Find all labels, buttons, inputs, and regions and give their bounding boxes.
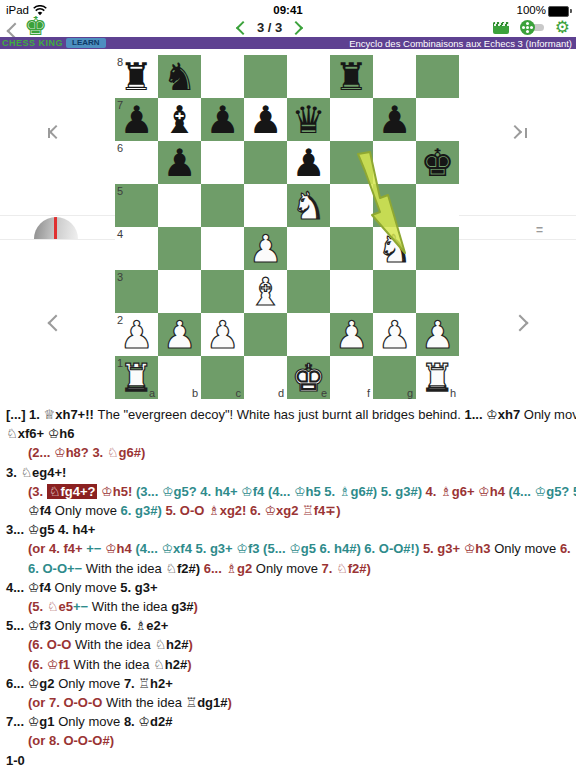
comment-text: The "evergreen decoy"! White has just bu… xyxy=(97,407,464,422)
notation-line: 6. O-O+− With the idea ♘f2#) 6... ♗g2 On… xyxy=(0,559,576,578)
move-text[interactable]: (2... ♔h8? 3. ♘g6#) xyxy=(28,445,145,460)
square-a6[interactable]: 6 xyxy=(115,141,158,184)
notation-line: [...] 1. ♕xh7+!! The "evergreen decoy"! … xyxy=(0,405,576,424)
square-b8[interactable]: ♞ xyxy=(158,55,201,98)
black-rook[interactable]: ♜ xyxy=(330,55,373,99)
square-e8[interactable] xyxy=(287,55,330,98)
comment-text: Only move xyxy=(55,580,121,595)
evaluation-gauge xyxy=(34,217,78,239)
move-text[interactable]: (5. ♘e5 xyxy=(28,599,73,614)
square-g1[interactable]: g xyxy=(373,356,416,399)
white-pawn[interactable]: ♟ xyxy=(158,313,201,357)
square-c4[interactable] xyxy=(201,227,244,270)
move-text[interactable]: 1-0 xyxy=(6,753,25,768)
notation-line: 3. ♘eg4+! xyxy=(0,463,576,482)
file-label: a xyxy=(149,387,155,399)
move-text[interactable]: 3. ♘eg4+! xyxy=(6,465,66,480)
square-g2[interactable]: ♟ xyxy=(373,313,416,356)
black-queen[interactable]: ♛ xyxy=(287,98,330,142)
board-area: = ♜8♞♜♟7♝♟♟♛♟6♟♟♚5♞4♟♞3♝♟2♟♟♟♟♟♜1abcd♚ef… xyxy=(0,49,576,402)
white-pawn[interactable]: ♟ xyxy=(373,313,416,357)
square-c8[interactable] xyxy=(201,55,244,98)
move-text[interactable]: ♖dg1# xyxy=(186,695,228,710)
move-text[interactable]: (or xyxy=(28,733,49,748)
square-d3[interactable]: ♝ xyxy=(244,270,287,313)
file-label: d xyxy=(278,387,284,399)
chess-board[interactable]: ♜8♞♜♟7♝♟♟♛♟6♟♟♚5♞4♟♞3♝♟2♟♟♟♟♟♜1abcd♚efg♜… xyxy=(115,55,459,399)
position-counter-label: 3 / 3 xyxy=(257,20,282,35)
square-a1[interactable]: ♜1a xyxy=(115,356,158,399)
square-g6[interactable] xyxy=(373,141,416,184)
move-text[interactable]: 4. f4+ xyxy=(49,541,86,556)
move-text[interactable]: 7... ♔g1 xyxy=(6,714,58,729)
move-text[interactable]: ♔f4 xyxy=(28,503,55,518)
square-g7[interactable]: ♟ xyxy=(373,98,416,141)
move-text[interactable]: 7. ♘f2#) xyxy=(322,561,371,576)
rank-label: 3 xyxy=(117,271,123,283)
rank-label: 6 xyxy=(117,142,123,154)
move-text[interactable]: (or xyxy=(28,695,49,710)
square-a4[interactable]: 4 xyxy=(115,227,158,270)
white-knight[interactable]: ♞ xyxy=(373,227,416,271)
move-text[interactable]: (4... ♔xf4 5. g3+ ♔f3 (5... ♔g5 6. h4#) … xyxy=(135,541,422,556)
square-d6[interactable] xyxy=(244,141,287,184)
square-d5[interactable] xyxy=(244,184,287,227)
square-e7[interactable]: ♛ xyxy=(287,98,330,141)
square-e6[interactable]: ♟ xyxy=(287,141,330,184)
square-a2[interactable]: ♟2 xyxy=(115,313,158,356)
white-pawn[interactable]: ♟ xyxy=(416,313,459,357)
go-to-start-button[interactable] xyxy=(48,123,61,141)
move-text[interactable]: (3. xyxy=(28,484,47,499)
rank-label: 7 xyxy=(117,99,123,111)
square-d7[interactable]: ♟ xyxy=(244,98,287,141)
comment-text: With the idea xyxy=(75,637,155,652)
black-bishop[interactable]: ♝ xyxy=(158,98,201,142)
square-e4[interactable] xyxy=(287,227,330,270)
clock-label: 09:41 xyxy=(0,4,576,16)
move-text[interactable]: 1... ♔xh7 xyxy=(464,407,523,422)
rank-label: 8 xyxy=(117,56,123,68)
square-b2[interactable]: ♟ xyxy=(158,313,201,356)
comment-text: With the idea xyxy=(74,657,154,672)
square-f7[interactable] xyxy=(330,98,373,141)
move-text[interactable]: 5... ♔f3 xyxy=(6,618,55,633)
square-f2[interactable]: ♟ xyxy=(330,313,373,356)
comment-text: Only move xyxy=(494,541,560,556)
notation-line: 4... ♔f4 Only move 5. g3+ xyxy=(0,578,576,597)
notation-line: (or 8. O-O-O#) xyxy=(0,731,576,750)
move-text[interactable]: ♔h5! xyxy=(97,484,135,499)
square-e2[interactable] xyxy=(287,313,330,356)
move-text[interactable]: (or xyxy=(28,541,49,556)
square-c6[interactable] xyxy=(201,141,244,184)
next-position-button[interactable] xyxy=(289,20,303,34)
file-label: c xyxy=(236,387,242,399)
notation-line: (or 4. f4+ +− ♔h4 (4... ♔xf4 5. g3+ ♔f3 … xyxy=(0,539,576,558)
move-text[interactable]: 6. O-O+− xyxy=(28,561,86,576)
white-pawn[interactable]: ♟ xyxy=(330,313,373,357)
black-knight[interactable]: ♞ xyxy=(158,55,201,99)
notation-line: (6. ♔f1 With the idea ♘h2#) xyxy=(0,655,576,674)
brand-label: CHESS KING xyxy=(2,38,63,48)
notation-line: 3... ♔g5 4. h4+ xyxy=(0,520,576,539)
white-pawn[interactable]: ♟ xyxy=(244,227,287,271)
gear-icon[interactable]: ⚙ xyxy=(555,20,570,35)
evaluation-symbol: = xyxy=(536,223,543,237)
toolbar-icons: ⚙ xyxy=(493,20,570,35)
notation-line: (3. ♘fg4+? ♔h5! (3... ♔g5? 4. h4+ ♔f4 (4… xyxy=(0,482,576,501)
square-b5[interactable] xyxy=(158,184,201,227)
move-text[interactable]: 6... ♗g2 xyxy=(204,561,256,576)
notation-line: 7... ♔g1 Only move 8. ♔d2# xyxy=(0,712,576,731)
status-bar: iPad 09:41 100% xyxy=(0,0,576,20)
comment-text: Only move xyxy=(55,618,121,633)
move-text[interactable]: g3# xyxy=(171,599,193,614)
file-label: e xyxy=(321,387,327,399)
square-h1[interactable]: ♜h xyxy=(416,356,459,399)
black-pawn[interactable]: ♟ xyxy=(201,98,244,142)
battery-icon xyxy=(548,6,569,17)
toolbar: ♚ 3 / 3 ⚙ xyxy=(0,20,576,37)
move-text[interactable]: 4. ♗g6+ ♔h4 xyxy=(426,484,509,499)
file-label: g xyxy=(407,387,413,399)
notation-line: 5... ♔f3 Only move 6. ♗e2+ xyxy=(0,616,576,635)
move-text[interactable]: (6. ♔f1 xyxy=(28,657,74,672)
notation-line: 1-0 xyxy=(0,751,576,768)
square-f4[interactable] xyxy=(330,227,373,270)
notation-line: 6... ♔g2 Only move 7. ♖h2+ xyxy=(0,674,576,693)
move-text[interactable]: ♘xf6+ ♔h6 xyxy=(6,426,74,441)
next-move-arrow[interactable] xyxy=(514,315,526,333)
comment-text: Only move xyxy=(58,676,124,691)
square-c3[interactable] xyxy=(201,270,244,313)
square-h3[interactable] xyxy=(416,270,459,313)
white-pawn[interactable]: ♟ xyxy=(201,313,244,357)
move-text[interactable]: 7. ♖h2+ xyxy=(124,676,173,691)
black-pawn[interactable]: ♟ xyxy=(287,141,330,185)
move-text[interactable]: 5. g3+ ♔h3 xyxy=(423,541,494,556)
square-f6[interactable] xyxy=(330,141,373,184)
square-b7[interactable]: ♝ xyxy=(158,98,201,141)
notation-line: (6. O-O With the idea ♘h2#) xyxy=(0,635,576,654)
move-text[interactable]: 3... ♔g5 4. h4+ xyxy=(6,522,95,537)
comment-text: With the idea xyxy=(106,695,186,710)
battery-percent-label: 100% xyxy=(517,4,546,16)
course-title: Encyclo des Combinaisons aux Echecs 3 (I… xyxy=(349,38,572,49)
move-text[interactable]: +− xyxy=(86,541,105,556)
square-a3[interactable]: 3 xyxy=(115,270,158,313)
square-h8[interactable] xyxy=(416,55,459,98)
engine-toggle[interactable] xyxy=(520,20,544,35)
file-label: h xyxy=(450,387,456,399)
square-e5[interactable]: ♞ xyxy=(287,184,330,227)
notation-line: (5. ♘e5+− With the idea g3#) xyxy=(0,597,576,616)
square-h4[interactable] xyxy=(416,227,459,270)
square-b1[interactable]: b xyxy=(158,356,201,399)
move-text[interactable]: 6. g3#) xyxy=(121,503,166,518)
rank-label: 4 xyxy=(117,228,123,240)
square-f1[interactable]: f xyxy=(330,356,373,399)
move-text[interactable]: ) xyxy=(189,637,193,652)
black-king[interactable]: ♚ xyxy=(416,141,459,185)
square-e1[interactable]: ♚e xyxy=(287,356,330,399)
move-text[interactable]: 5. g3+ xyxy=(120,580,157,595)
move-text[interactable]: 8. O-O-O#) xyxy=(49,733,114,748)
learn-badge: LEARN xyxy=(66,38,106,48)
comment-text: Only move xyxy=(58,714,124,729)
notation-line: (2... ♔h8? 3. ♘g6#) xyxy=(0,443,576,462)
move-text[interactable]: 6... ♔g2 xyxy=(6,676,58,691)
black-pawn[interactable]: ♟ xyxy=(373,98,416,142)
move-text[interactable]: ♘h2# xyxy=(153,657,187,672)
prev-move-arrow[interactable] xyxy=(50,315,62,333)
square-f3[interactable] xyxy=(330,270,373,313)
notation-line: (or 7. O-O-O With the idea ♖dg1#) xyxy=(0,693,576,712)
square-a8[interactable]: ♜8 xyxy=(115,55,158,98)
move-text[interactable]: 6. ♗f1+ xyxy=(560,541,576,556)
square-c1[interactable]: c xyxy=(201,356,244,399)
square-g4[interactable]: ♞ xyxy=(373,227,416,270)
rank-label: 5 xyxy=(117,185,123,197)
square-h2[interactable]: ♟ xyxy=(416,313,459,356)
rank-label: 2 xyxy=(117,314,123,326)
square-f8[interactable]: ♜ xyxy=(330,55,373,98)
comment-text: Only move xyxy=(55,503,121,518)
black-pawn[interactable]: ♟ xyxy=(158,141,201,185)
comment-text: With the idea xyxy=(92,599,172,614)
move-text[interactable]: ) xyxy=(228,695,232,710)
square-g8[interactable] xyxy=(373,55,416,98)
move-text[interactable]: +− xyxy=(73,599,92,614)
square-g5[interactable] xyxy=(373,184,416,227)
move-text[interactable]: ) xyxy=(187,657,191,672)
clapper-video-icon[interactable] xyxy=(493,22,509,34)
move-text[interactable]: 6. ♗e2+ xyxy=(120,618,168,633)
move-text[interactable]: (6. O-O xyxy=(28,637,75,652)
move-text[interactable]: ♘h2# xyxy=(154,637,188,652)
square-c7[interactable]: ♟ xyxy=(201,98,244,141)
square-b6[interactable]: ♟ xyxy=(158,141,201,184)
square-b3[interactable] xyxy=(158,270,201,313)
square-e3[interactable] xyxy=(287,270,330,313)
title-bar: CHESS KING LEARN Encyclo des Combinaison… xyxy=(0,37,576,49)
move-text[interactable]: (4... ♔g5? 5. h4+ xyxy=(509,484,576,499)
comment-text: With the idea xyxy=(86,561,166,576)
app-screen: iPad 09:41 100% ♚ 3 / 3 ⚙ CHESS KING xyxy=(0,0,576,768)
square-d2[interactable] xyxy=(244,313,287,356)
square-g3[interactable] xyxy=(373,270,416,313)
square-h7[interactable] xyxy=(416,98,459,141)
comment-text: Only move xyxy=(524,407,576,422)
move-counter: 3 / 3 xyxy=(238,20,338,35)
square-d8[interactable] xyxy=(244,55,287,98)
square-f5[interactable] xyxy=(330,184,373,227)
move-text[interactable]: (3... ♔g5? 4. h4+ ♔f4 (4... ♔h5 5. ♗g6#)… xyxy=(136,484,426,499)
square-d4[interactable]: ♟ xyxy=(244,227,287,270)
notation-panel: [...] 1. ♕xh7+!! The "evergreen decoy"! … xyxy=(0,402,576,768)
notation-line: ♔f4 Only move 6. g3#) 5. O-O ♗xg2! 6. ♔x… xyxy=(0,501,576,520)
black-pawn[interactable]: ♟ xyxy=(244,98,287,142)
move-text[interactable]: ♘fg4+? xyxy=(47,484,98,499)
move-text[interactable]: 4... ♔f4 xyxy=(6,580,55,595)
move-text[interactable]: 8. ♔d2# xyxy=(124,714,173,729)
square-a5[interactable]: 5 xyxy=(115,184,158,227)
notation-line: ♘xf6+ ♔h6 xyxy=(0,424,576,443)
move-text[interactable]: [...] 1. ♕xh7+!! xyxy=(6,407,97,422)
move-text[interactable]: 7. O-O-O xyxy=(49,695,106,710)
move-text[interactable]: ♔h4 xyxy=(105,541,135,556)
square-h5[interactable] xyxy=(416,184,459,227)
go-to-end-button[interactable] xyxy=(510,123,527,141)
file-label: b xyxy=(192,387,198,399)
move-text[interactable]: ) xyxy=(194,599,198,614)
white-bishop[interactable]: ♝ xyxy=(244,270,287,314)
rank-label: 1 xyxy=(117,357,123,369)
square-c2[interactable]: ♟ xyxy=(201,313,244,356)
gauge-needle-icon xyxy=(54,217,57,239)
white-knight[interactable]: ♞ xyxy=(287,184,330,228)
move-text[interactable]: 5. O-O ♗xg2! 6. ♔xg2 ♖f4∓) xyxy=(165,503,340,518)
square-c5[interactable] xyxy=(201,184,244,227)
comment-text: Only move xyxy=(256,561,322,576)
file-label: f xyxy=(367,387,370,399)
square-a7[interactable]: ♟7 xyxy=(115,98,158,141)
square-d1[interactable]: d xyxy=(244,356,287,399)
prev-position-button[interactable] xyxy=(236,20,250,34)
move-text[interactable]: ♘f2#) xyxy=(165,561,203,576)
reel-icon xyxy=(520,20,535,35)
square-b4[interactable] xyxy=(158,227,201,270)
square-h6[interactable]: ♚ xyxy=(416,141,459,184)
